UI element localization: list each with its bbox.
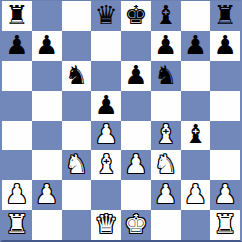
square-h5[interactable]	[210, 91, 240, 121]
square-g8[interactable]	[181, 1, 211, 31]
piece-black-pawn-g7[interactable]: ♟	[184, 32, 207, 58]
piece-white-queen-d1[interactable]: ♛	[94, 211, 117, 237]
square-h1[interactable]: ♜	[210, 210, 240, 240]
square-a5[interactable]	[2, 91, 32, 121]
piece-white-bishop-d3[interactable]: ♝	[94, 151, 117, 177]
square-g3[interactable]	[181, 150, 211, 180]
square-g6[interactable]	[181, 61, 211, 91]
square-e1[interactable]: ♚	[121, 210, 151, 240]
piece-black-queen-d8[interactable]: ♛	[94, 2, 117, 28]
square-g7[interactable]: ♟	[181, 31, 211, 61]
square-h4[interactable]	[210, 121, 240, 151]
piece-black-pawn-e6[interactable]: ♟	[124, 62, 147, 88]
square-a4[interactable]	[2, 121, 32, 151]
square-c4[interactable]	[62, 121, 92, 151]
piece-black-pawn-h7[interactable]: ♟	[213, 32, 236, 58]
square-e4[interactable]	[121, 121, 151, 151]
square-b1[interactable]	[32, 210, 62, 240]
square-d6[interactable]	[91, 61, 121, 91]
square-d1[interactable]: ♛	[91, 210, 121, 240]
square-h3[interactable]	[210, 150, 240, 180]
piece-white-king-e1[interactable]: ♚	[124, 211, 147, 237]
board-grid: ♜♛♚♝♜♟♟♟♟♟♞♟♞♟♟♝♝♞♝♟♞♟♟♟♟♟♜♛♚♜	[2, 1, 240, 240]
square-c2[interactable]	[62, 180, 92, 210]
square-g1[interactable]	[181, 210, 211, 240]
square-d8[interactable]: ♛	[91, 1, 121, 31]
square-e6[interactable]: ♟	[121, 61, 151, 91]
piece-black-pawn-f7[interactable]: ♟	[154, 32, 177, 58]
square-b8[interactable]	[32, 1, 62, 31]
square-g4[interactable]: ♝	[181, 121, 211, 151]
square-f1[interactable]	[151, 210, 181, 240]
square-d2[interactable]	[91, 180, 121, 210]
square-b3[interactable]	[32, 150, 62, 180]
square-h2[interactable]: ♟	[210, 180, 240, 210]
square-f6[interactable]: ♞	[151, 61, 181, 91]
square-g5[interactable]	[181, 91, 211, 121]
square-f4[interactable]: ♝	[151, 121, 181, 151]
square-f7[interactable]: ♟	[151, 31, 181, 61]
piece-white-pawn-h2[interactable]: ♟	[213, 181, 236, 207]
square-h6[interactable]	[210, 61, 240, 91]
piece-black-rook-h8[interactable]: ♜	[213, 2, 236, 28]
piece-black-bishop-g4[interactable]: ♝	[184, 121, 207, 147]
square-c7[interactable]	[62, 31, 92, 61]
square-h7[interactable]: ♟	[210, 31, 240, 61]
square-b7[interactable]: ♟	[32, 31, 62, 61]
square-c5[interactable]	[62, 91, 92, 121]
piece-white-knight-c3[interactable]: ♞	[65, 151, 88, 177]
piece-white-pawn-f2[interactable]: ♟	[154, 181, 177, 207]
square-a8[interactable]: ♜	[2, 1, 32, 31]
piece-white-pawn-b2[interactable]: ♟	[35, 181, 58, 207]
piece-white-rook-h1[interactable]: ♜	[213, 211, 236, 237]
square-a2[interactable]: ♟	[2, 180, 32, 210]
square-e3[interactable]: ♟	[121, 150, 151, 180]
square-e5[interactable]	[121, 91, 151, 121]
square-e7[interactable]	[121, 31, 151, 61]
piece-white-pawn-a2[interactable]: ♟	[5, 181, 28, 207]
piece-white-rook-a1[interactable]: ♜	[5, 211, 28, 237]
square-d5[interactable]: ♟	[91, 91, 121, 121]
square-d7[interactable]	[91, 31, 121, 61]
square-f2[interactable]: ♟	[151, 180, 181, 210]
square-f8[interactable]: ♝	[151, 1, 181, 31]
square-h8[interactable]: ♜	[210, 1, 240, 31]
piece-black-pawn-d5[interactable]: ♟	[94, 92, 117, 118]
square-b2[interactable]: ♟	[32, 180, 62, 210]
piece-white-pawn-e3[interactable]: ♟	[124, 151, 147, 177]
piece-black-pawn-b7[interactable]: ♟	[35, 32, 58, 58]
piece-black-rook-a8[interactable]: ♜	[5, 2, 28, 28]
piece-black-knight-f6[interactable]: ♞	[154, 62, 177, 88]
square-e8[interactable]: ♚	[121, 1, 151, 31]
piece-white-bishop-f4[interactable]: ♝	[154, 121, 177, 147]
square-a7[interactable]: ♟	[2, 31, 32, 61]
square-c6[interactable]: ♞	[62, 61, 92, 91]
square-b5[interactable]	[32, 91, 62, 121]
chess-board: ♜♛♚♝♜♟♟♟♟♟♞♟♞♟♟♝♝♞♝♟♞♟♟♟♟♟♜♛♚♜	[0, 0, 242, 242]
piece-white-pawn-d4[interactable]: ♟	[94, 121, 117, 147]
square-d3[interactable]: ♝	[91, 150, 121, 180]
square-c8[interactable]	[62, 1, 92, 31]
square-f3[interactable]: ♞	[151, 150, 181, 180]
square-d4[interactable]: ♟	[91, 121, 121, 151]
square-c1[interactable]	[62, 210, 92, 240]
piece-white-pawn-g2[interactable]: ♟	[184, 181, 207, 207]
square-b6[interactable]	[32, 61, 62, 91]
square-b4[interactable]	[32, 121, 62, 151]
square-f5[interactable]	[151, 91, 181, 121]
piece-black-king-e8[interactable]: ♚	[124, 2, 147, 28]
piece-white-knight-f3[interactable]: ♞	[154, 151, 177, 177]
square-a3[interactable]	[2, 150, 32, 180]
square-e2[interactable]	[121, 180, 151, 210]
square-c3[interactable]: ♞	[62, 150, 92, 180]
piece-black-bishop-f8[interactable]: ♝	[154, 2, 177, 28]
square-g2[interactable]: ♟	[181, 180, 211, 210]
piece-black-knight-c6[interactable]: ♞	[65, 62, 88, 88]
square-a6[interactable]	[2, 61, 32, 91]
square-a1[interactable]: ♜	[2, 210, 32, 240]
piece-black-pawn-a7[interactable]: ♟	[5, 32, 28, 58]
